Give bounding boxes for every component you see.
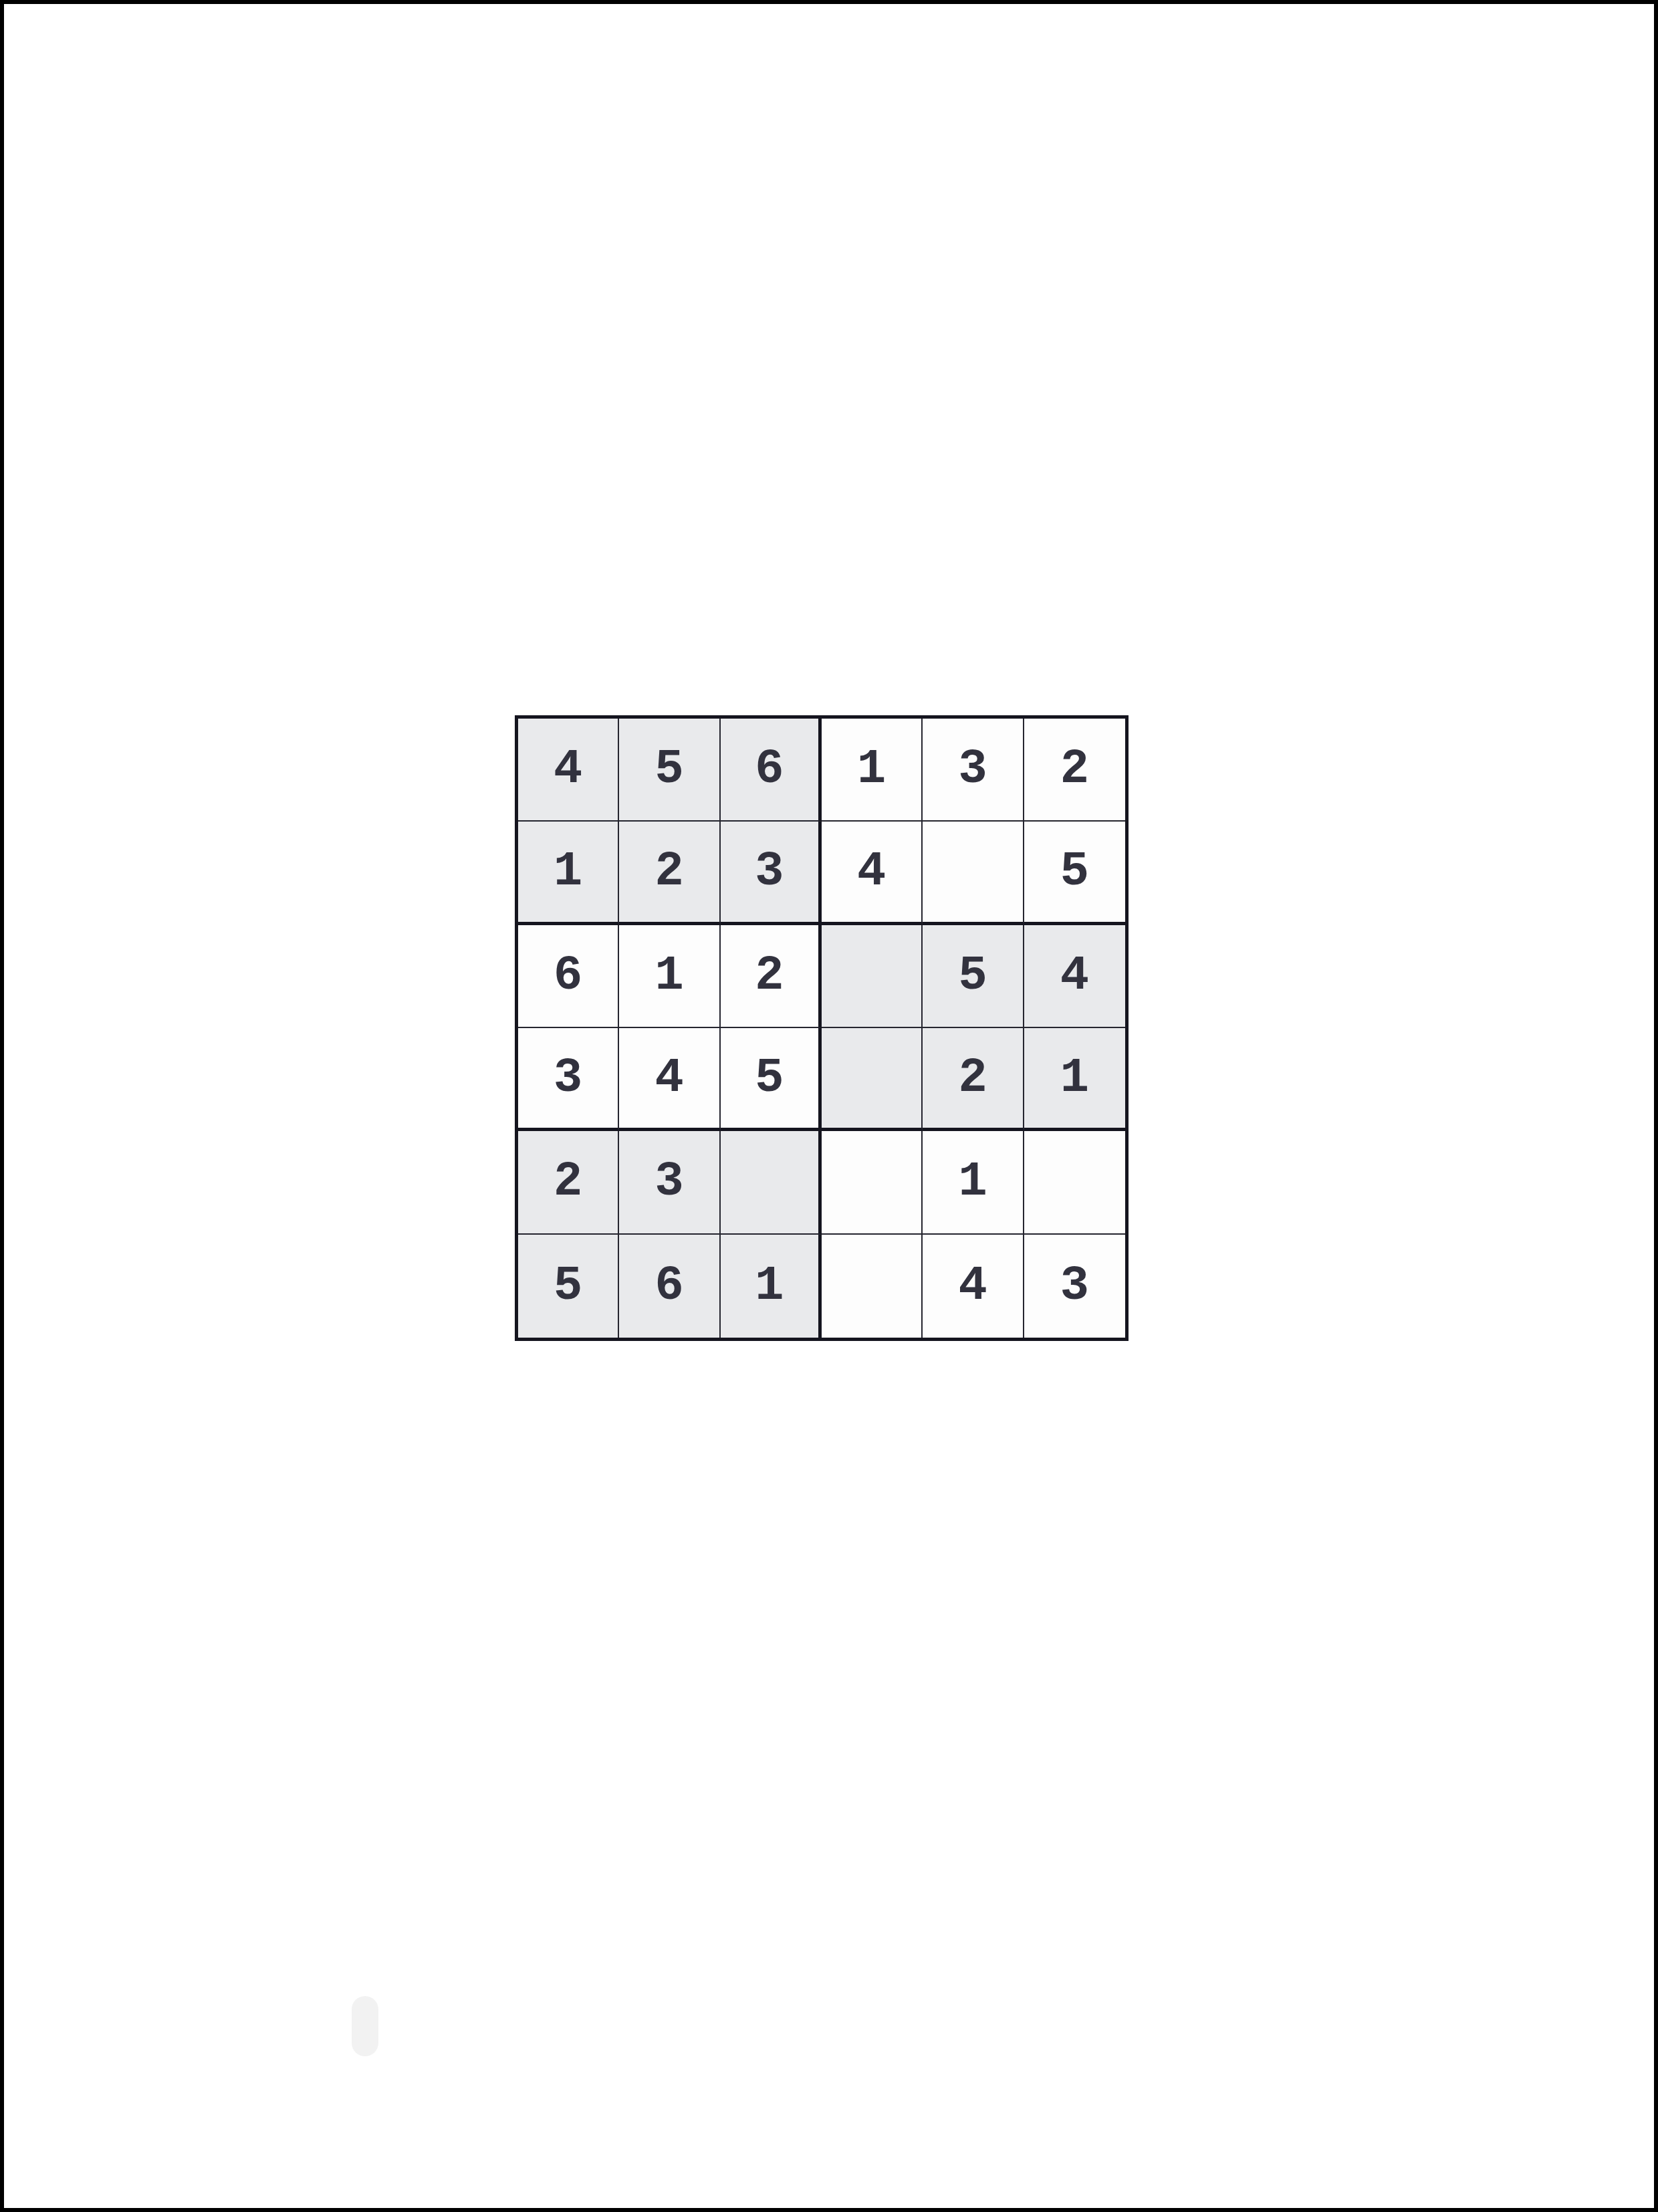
sudoku-cell-r4c3: 5 bbox=[721, 1028, 822, 1131]
sudoku-cell-r3c3: 2 bbox=[721, 925, 822, 1028]
sudoku-cell-r4c5: 2 bbox=[923, 1028, 1024, 1131]
sudoku-cell-r1c6: 2 bbox=[1024, 719, 1125, 822]
sudoku-cell-r2c6: 5 bbox=[1024, 822, 1125, 925]
sudoku-cell-r2c3: 3 bbox=[721, 822, 822, 925]
sudoku-cell-r6c5: 4 bbox=[923, 1235, 1024, 1338]
scan-smudge bbox=[352, 1996, 378, 2056]
worksheet-page: 45613212345612543452123156143 bbox=[0, 0, 1658, 2212]
sudoku-cell-r1c3: 6 bbox=[721, 719, 822, 822]
sudoku-board: 45613212345612543452123156143 bbox=[515, 715, 1129, 1341]
sudoku-cell-r4c2: 4 bbox=[619, 1028, 720, 1131]
sudoku-cell-r5c6[interactable] bbox=[1024, 1131, 1125, 1234]
sudoku-cell-r4c1: 3 bbox=[518, 1028, 619, 1131]
sudoku-cell-r3c2: 1 bbox=[619, 925, 720, 1028]
sudoku-cell-r4c4[interactable] bbox=[822, 1028, 923, 1131]
sudoku-cell-r2c4: 4 bbox=[822, 822, 923, 925]
sudoku-cell-r5c3[interactable] bbox=[721, 1131, 822, 1234]
sudoku-cell-r4c6: 1 bbox=[1024, 1028, 1125, 1131]
sudoku-cell-r2c5[interactable] bbox=[923, 822, 1024, 925]
sudoku-cell-r1c4: 1 bbox=[822, 719, 923, 822]
sudoku-cell-r5c2: 3 bbox=[619, 1131, 720, 1234]
sudoku-cell-r6c2: 6 bbox=[619, 1235, 720, 1338]
sudoku-cell-r3c5: 5 bbox=[923, 925, 1024, 1028]
sudoku-cell-r3c6: 4 bbox=[1024, 925, 1125, 1028]
sudoku-cell-r2c1: 1 bbox=[518, 822, 619, 925]
sudoku-cell-r3c1: 6 bbox=[518, 925, 619, 1028]
sudoku-cell-r5c5: 1 bbox=[923, 1131, 1024, 1234]
sudoku-cell-r5c4[interactable] bbox=[822, 1131, 923, 1234]
sudoku-cell-r1c1: 4 bbox=[518, 719, 619, 822]
sudoku-cell-r2c2: 2 bbox=[619, 822, 720, 925]
sudoku-cell-r1c5: 3 bbox=[923, 719, 1024, 822]
sudoku-cell-r6c3: 1 bbox=[721, 1235, 822, 1338]
sudoku-cell-r3c4[interactable] bbox=[822, 925, 923, 1028]
sudoku-cell-r6c4[interactable] bbox=[822, 1235, 923, 1338]
sudoku-cell-r1c2: 5 bbox=[619, 719, 720, 822]
sudoku-cell-r5c1: 2 bbox=[518, 1131, 619, 1234]
sudoku-cell-r6c6: 3 bbox=[1024, 1235, 1125, 1338]
sudoku-cell-r6c1: 5 bbox=[518, 1235, 619, 1338]
